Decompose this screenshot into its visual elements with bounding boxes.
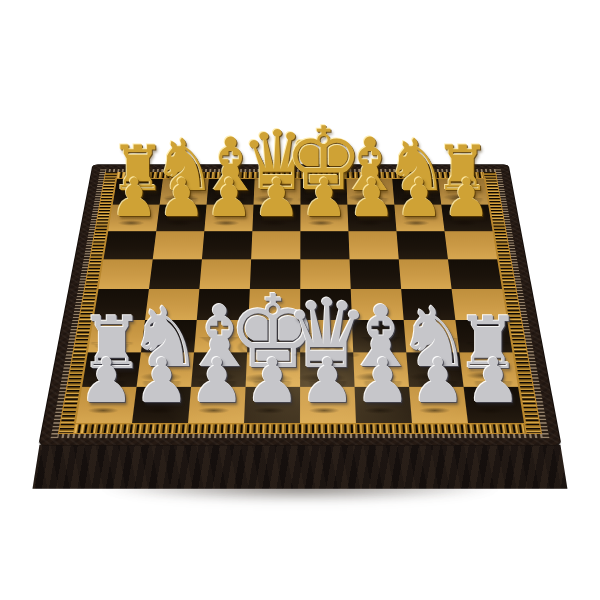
square-d7 [252, 205, 300, 232]
square-g4 [401, 289, 455, 320]
square-a2 [82, 352, 141, 386]
scallop-trim-bottom [51, 434, 550, 438]
square-h8 [438, 179, 488, 205]
square-h4 [452, 289, 508, 320]
square-h6 [445, 231, 498, 259]
product-photo-scene: ♜♜♞♞♝♝♛♛♚♚♝♝♞♞♜♜♟♟♟♟♟♟♟♟♟♟♟♟♟♟♟♟♜♜♞♞♝♝♚♚… [0, 0, 600, 600]
square-f2 [353, 352, 409, 386]
square-c3 [194, 320, 248, 353]
square-b8 [160, 179, 209, 205]
square-d2 [246, 352, 301, 386]
square-f8 [346, 179, 394, 205]
square-e5 [300, 259, 350, 288]
square-e1 [300, 387, 356, 423]
square-e4 [300, 289, 352, 320]
square-a1 [76, 387, 137, 423]
square-e7 [300, 205, 348, 232]
square-b7 [156, 205, 206, 232]
square-b1 [132, 387, 191, 423]
board-case-top [40, 165, 561, 445]
square-b2 [137, 352, 194, 386]
square-h5 [448, 259, 502, 288]
square-e3 [300, 320, 353, 353]
square-c8 [207, 179, 255, 205]
square-c5 [199, 259, 251, 288]
square-g1 [409, 387, 468, 423]
square-h3 [455, 320, 512, 353]
square-f1 [355, 387, 412, 423]
square-g8 [392, 179, 441, 205]
square-b3 [141, 320, 197, 353]
square-f7 [347, 205, 396, 232]
square-d4 [248, 289, 300, 320]
square-c7 [204, 205, 253, 232]
square-e2 [300, 352, 354, 386]
square-d5 [250, 259, 300, 288]
square-b4 [145, 289, 199, 320]
square-g2 [406, 352, 463, 386]
square-h7 [441, 205, 492, 232]
square-a4 [93, 289, 149, 320]
chess-board [76, 179, 524, 423]
square-a3 [88, 320, 145, 353]
square-c4 [197, 289, 250, 320]
square-h2 [459, 352, 518, 386]
square-d1 [244, 387, 300, 423]
gilt-ornament-border-top [104, 172, 497, 179]
square-c2 [191, 352, 247, 386]
square-b6 [153, 231, 205, 259]
square-a5 [99, 259, 153, 288]
square-d3 [247, 320, 300, 353]
square-c6 [202, 231, 252, 259]
square-f6 [348, 231, 398, 259]
gilt-ornament-border-bottom [58, 423, 542, 434]
square-a7 [108, 205, 159, 232]
square-a6 [103, 231, 156, 259]
square-c1 [188, 387, 246, 423]
square-g3 [404, 320, 460, 353]
square-f4 [351, 289, 404, 320]
square-f5 [350, 259, 402, 288]
square-a8 [113, 179, 163, 205]
square-d8 [254, 179, 301, 205]
square-d6 [251, 231, 300, 259]
square-g6 [396, 231, 447, 259]
square-f3 [352, 320, 406, 353]
square-h1 [464, 387, 524, 423]
square-e6 [300, 231, 349, 259]
square-e8 [300, 179, 347, 205]
square-g5 [399, 259, 452, 288]
square-b5 [149, 259, 202, 288]
square-g7 [394, 205, 444, 232]
